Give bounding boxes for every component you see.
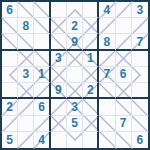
cell-r4c9[interactable]	[132, 51, 148, 67]
cell-r6c2[interactable]	[18, 83, 34, 99]
cell-r9c2[interactable]	[18, 132, 34, 148]
cell-r4c8[interactable]	[116, 51, 132, 67]
cell-r1c8[interactable]	[116, 2, 132, 18]
cell-r3c3[interactable]	[34, 34, 50, 50]
cell-r6c5[interactable]	[67, 83, 83, 99]
cell-r9c3[interactable]: 4	[34, 132, 50, 148]
cell-r7c4[interactable]	[51, 99, 67, 115]
cell-r9c6[interactable]	[83, 132, 99, 148]
cell-r6c8[interactable]	[116, 83, 132, 99]
cell-r4c7[interactable]	[99, 51, 115, 67]
cell-r4c2[interactable]	[18, 51, 34, 67]
cell-r5c4[interactable]	[51, 67, 67, 83]
cell-r7c3[interactable]: 6	[34, 99, 50, 115]
cell-r2c4[interactable]	[51, 18, 67, 34]
cell-r6c3[interactable]	[34, 83, 50, 99]
cell-r3c9[interactable]: 7	[132, 34, 148, 50]
sudoku-board: 643829873131769226357546	[0, 0, 150, 150]
cell-r2c9[interactable]	[132, 18, 148, 34]
cell-r5c3[interactable]: 1	[34, 67, 50, 83]
cell-r7c2[interactable]	[18, 99, 34, 115]
cell-r3c2[interactable]	[18, 34, 34, 50]
cell-r1c4[interactable]	[51, 2, 67, 18]
cell-r9c4[interactable]	[51, 132, 67, 148]
cell-r8c9[interactable]	[132, 116, 148, 132]
cell-r8c3[interactable]	[34, 116, 50, 132]
cell-r7c1[interactable]: 2	[2, 99, 18, 115]
cell-r4c1[interactable]	[2, 51, 18, 67]
cell-r4c4[interactable]: 3	[51, 51, 67, 67]
cell-r3c5[interactable]: 9	[67, 34, 83, 50]
cell-r8c5[interactable]: 5	[67, 116, 83, 132]
cell-r1c5[interactable]	[67, 2, 83, 18]
cell-r2c3[interactable]	[34, 18, 50, 34]
cell-r9c5[interactable]	[67, 132, 83, 148]
cell-r5c2[interactable]: 3	[18, 67, 34, 83]
cell-r2c2[interactable]: 8	[18, 18, 34, 34]
cell-r8c7[interactable]	[99, 116, 115, 132]
cell-r7c9[interactable]	[132, 99, 148, 115]
cell-r4c6[interactable]: 1	[83, 51, 99, 67]
cell-r1c2[interactable]	[18, 2, 34, 18]
cell-r1c7[interactable]: 4	[99, 2, 115, 18]
cell-r2c8[interactable]	[116, 18, 132, 34]
cell-r5c5[interactable]	[67, 67, 83, 83]
cell-r8c1[interactable]	[2, 116, 18, 132]
cell-r9c7[interactable]	[99, 132, 115, 148]
cell-r6c9[interactable]	[132, 83, 148, 99]
cell-r3c4[interactable]	[51, 34, 67, 50]
cell-r1c9[interactable]: 3	[132, 2, 148, 18]
cell-r7c7[interactable]	[99, 99, 115, 115]
cell-r3c6[interactable]	[83, 34, 99, 50]
cell-r6c7[interactable]	[99, 83, 115, 99]
cell-r5c6[interactable]	[83, 67, 99, 83]
cell-r2c5[interactable]: 2	[67, 18, 83, 34]
cell-r5c1[interactable]	[2, 67, 18, 83]
cell-r8c6[interactable]	[83, 116, 99, 132]
cell-r8c4[interactable]	[51, 116, 67, 132]
cell-r1c6[interactable]	[83, 2, 99, 18]
cell-r3c8[interactable]	[116, 34, 132, 50]
cell-r2c7[interactable]	[99, 18, 115, 34]
cell-r6c4[interactable]: 9	[51, 83, 67, 99]
cell-r9c1[interactable]: 5	[2, 132, 18, 148]
cell-r2c6[interactable]	[83, 18, 99, 34]
cell-r4c5[interactable]	[67, 51, 83, 67]
cell-r5c8[interactable]: 6	[116, 67, 132, 83]
cell-r7c5[interactable]: 3	[67, 99, 83, 115]
cell-r3c7[interactable]: 8	[99, 34, 115, 50]
cell-r6c1[interactable]	[2, 83, 18, 99]
cell-r5c9[interactable]	[132, 67, 148, 83]
cell-r3c1[interactable]	[2, 34, 18, 50]
cell-r8c8[interactable]: 7	[116, 116, 132, 132]
cell-r1c1[interactable]: 6	[2, 2, 18, 18]
cell-r4c3[interactable]	[34, 51, 50, 67]
cell-r7c6[interactable]	[83, 99, 99, 115]
cell-r9c9[interactable]: 6	[132, 132, 148, 148]
cell-r5c7[interactable]: 7	[99, 67, 115, 83]
cell-r2c1[interactable]	[2, 18, 18, 34]
cell-r6c6[interactable]: 2	[83, 83, 99, 99]
cell-r9c8[interactable]	[116, 132, 132, 148]
cell-r7c8[interactable]	[116, 99, 132, 115]
cell-r8c2[interactable]	[18, 116, 34, 132]
cell-r1c3[interactable]	[34, 2, 50, 18]
